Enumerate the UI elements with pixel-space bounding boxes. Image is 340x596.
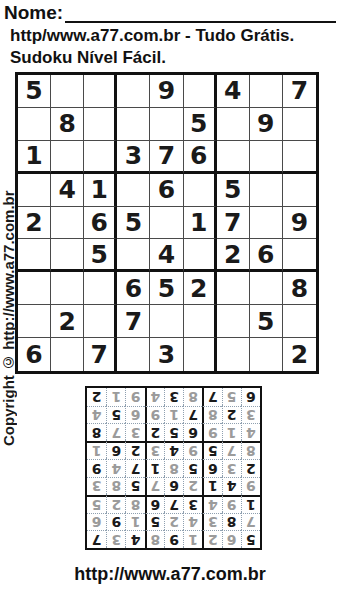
solution-cell-r2c6: 5 <box>145 513 164 531</box>
solution-cell-r9c2: 5 <box>222 388 241 406</box>
solution-cell-r7c7: 3 <box>125 423 144 441</box>
solution-cell-r9c1: 6 <box>241 388 260 406</box>
solution-cell-r7c9: 8 <box>87 423 106 441</box>
solution-cell-r6c7: 2 <box>125 441 144 459</box>
puzzle-cell-r8c3[interactable] <box>84 305 117 338</box>
solution-cell-r4c3: 1 <box>202 477 221 495</box>
puzzle-cell-r5c5[interactable] <box>150 207 183 240</box>
puzzle-cell-r4c2[interactable]: 4 <box>51 174 84 207</box>
puzzle-cell-r9c2[interactable] <box>51 338 84 371</box>
sudoku-page: Nome: http/www.a77.com.br - Tudo Grátis.… <box>0 0 340 596</box>
solution-cell-r4c7: 5 <box>125 477 144 495</box>
solution-cell-r8c1: 3 <box>241 406 260 424</box>
solution-cell-r4c1: 9 <box>241 477 260 495</box>
puzzle-cell-r2c3[interactable] <box>84 108 117 141</box>
solution-cell-r1c5: 9 <box>164 530 183 548</box>
puzzle-cell-r1c6[interactable] <box>184 75 217 108</box>
puzzle-cell-r5c2[interactable] <box>51 207 84 240</box>
solution-cell-r3c4: 3 <box>183 495 202 513</box>
solution-cell-r1c4: 1 <box>183 530 202 548</box>
puzzle-cell-r9c1[interactable]: 6 <box>18 338 51 371</box>
solution-cell-r1c7: 4 <box>125 530 144 548</box>
puzzle-cell-r1c7[interactable]: 4 <box>217 75 250 108</box>
puzzle-cell-r8c9[interactable] <box>283 305 316 338</box>
puzzle-cell-r3c7[interactable] <box>217 141 250 174</box>
solution-cell-r4c4: 2 <box>183 477 202 495</box>
puzzle-cell-r1c4[interactable] <box>117 75 150 108</box>
puzzle-cell-r9c6[interactable] <box>184 338 217 371</box>
puzzle-cell-r8c8[interactable]: 5 <box>250 305 283 338</box>
solution-cell-r9c4: 8 <box>183 388 202 406</box>
solution-cell-r2c1: 7 <box>241 513 260 531</box>
solution-cell-r7c1: 4 <box>241 423 260 441</box>
solution-cell-r7c6: 2 <box>145 423 164 441</box>
puzzle-cell-r6c9[interactable] <box>283 239 316 272</box>
solution-cell-r1c3: 2 <box>202 530 221 548</box>
puzzle-cell-r3c4[interactable]: 3 <box>117 141 150 174</box>
puzzle-cell-r1c5[interactable]: 9 <box>150 75 183 108</box>
puzzle-cell-r8c5[interactable] <box>150 305 183 338</box>
puzzle-cell-r4c6[interactable] <box>184 174 217 207</box>
puzzle-cell-r8c1[interactable] <box>18 305 51 338</box>
solution-cell-r1c9: 7 <box>87 530 106 548</box>
puzzle-cell-r2c6[interactable]: 5 <box>184 108 217 141</box>
puzzle-cell-r4c8[interactable] <box>250 174 283 207</box>
puzzle-cell-r4c7[interactable]: 5 <box>217 174 250 207</box>
puzzle-cell-r7c3[interactable] <box>84 272 117 305</box>
solution-cell-r6c5: 4 <box>164 441 183 459</box>
puzzle-cell-r6c8[interactable]: 6 <box>250 239 283 272</box>
puzzle-cell-r3c1[interactable]: 1 <box>18 141 51 174</box>
solution-cell-r4c9: 3 <box>87 477 106 495</box>
puzzle-cell-r6c4[interactable] <box>117 239 150 272</box>
solution-cell-r7c5: 5 <box>164 423 183 441</box>
solution-cell-r7c2: 1 <box>222 423 241 441</box>
solution-cell-r9c7: 9 <box>125 388 144 406</box>
solution-cell-r2c2: 8 <box>222 513 241 531</box>
solution-cell-r3c8: 2 <box>106 495 125 513</box>
solution-cell-r9c3: 7 <box>202 388 221 406</box>
puzzle-cell-r5c3[interactable]: 6 <box>84 207 117 240</box>
solution-cell-r5c6: 1 <box>145 459 164 477</box>
solution-cell-r5c1: 2 <box>241 459 260 477</box>
puzzle-cell-r1c1[interactable]: 5 <box>18 75 51 108</box>
puzzle-cell-r8c4[interactable]: 7 <box>117 305 150 338</box>
solution-cell-r6c1: 8 <box>241 441 260 459</box>
solution-cell-r7c4: 6 <box>183 423 202 441</box>
solution-cell-r8c3: 8 <box>202 406 221 424</box>
solution-cell-r8c8: 5 <box>106 406 125 424</box>
solution-cell-r8c7: 6 <box>125 406 144 424</box>
puzzle-cell-r8c7[interactable] <box>217 305 250 338</box>
puzzle-cell-r5c9[interactable]: 9 <box>283 207 316 240</box>
puzzle-cell-r4c4[interactable] <box>117 174 150 207</box>
solution-cell-r7c3: 9 <box>202 423 221 441</box>
solution-cell-r2c9: 6 <box>87 513 106 531</box>
solution-cell-r3c9: 5 <box>87 495 106 513</box>
solution-cell-r4c6: 7 <box>145 477 164 495</box>
puzzle-cell-r4c5[interactable]: 6 <box>150 174 183 207</box>
solution-cell-r3c2: 9 <box>222 495 241 513</box>
puzzle-cell-r9c3[interactable]: 7 <box>84 338 117 371</box>
puzzle-cell-r3c8[interactable] <box>250 141 283 174</box>
solution-cell-r2c3: 3 <box>202 513 221 531</box>
puzzle-grid: 594785913764165265179542665282756732 <box>15 72 319 374</box>
solution-cell-r9c5: 3 <box>164 388 183 406</box>
puzzle-cell-r3c6[interactable]: 6 <box>184 141 217 174</box>
name-fill-line <box>65 2 336 23</box>
puzzle-cell-r7c1[interactable] <box>18 272 51 305</box>
solution-cell-r9c9: 2 <box>87 388 106 406</box>
puzzle-cell-r1c2[interactable] <box>51 75 84 108</box>
puzzle-cell-r5c6[interactable]: 1 <box>184 207 217 240</box>
puzzle-cell-r2c8[interactable]: 9 <box>250 108 283 141</box>
puzzle-cell-r9c8[interactable] <box>250 338 283 371</box>
puzzle-cell-r6c2[interactable] <box>51 239 84 272</box>
solution-cell-r4c2: 4 <box>222 477 241 495</box>
puzzle-cell-r2c7[interactable] <box>217 108 250 141</box>
solution-cell-r5c9: 9 <box>87 459 106 477</box>
puzzle-cell-r5c1[interactable]: 2 <box>18 207 51 240</box>
puzzle-cell-r8c2[interactable]: 2 <box>51 305 84 338</box>
solution-cell-r1c6: 8 <box>145 530 164 548</box>
solution-cell-r3c5: 7 <box>164 495 183 513</box>
solution-cell-r3c3: 4 <box>202 495 221 513</box>
puzzle-cell-r2c2[interactable]: 8 <box>51 108 84 141</box>
puzzle-cell-r7c6[interactable]: 2 <box>184 272 217 305</box>
puzzle-cell-r7c9[interactable]: 8 <box>283 272 316 305</box>
puzzle-cell-r2c9[interactable] <box>283 108 316 141</box>
solution-cell-r9c6: 4 <box>145 388 164 406</box>
puzzle-cell-r1c3[interactable] <box>84 75 117 108</box>
puzzle-cell-r5c4[interactable]: 5 <box>117 207 150 240</box>
solution-cell-r5c2: 3 <box>222 459 241 477</box>
solution-cell-r6c9: 1 <box>87 441 106 459</box>
solution-cell-r1c2: 6 <box>222 530 241 548</box>
solution-cell-r6c3: 5 <box>202 441 221 459</box>
puzzle-cell-r7c7[interactable] <box>217 272 250 305</box>
puzzle-cell-r3c5[interactable]: 7 <box>150 141 183 174</box>
puzzle-cell-r7c5[interactable]: 5 <box>150 272 183 305</box>
puzzle-cell-r5c7[interactable]: 7 <box>217 207 250 240</box>
puzzle-cell-r7c8[interactable] <box>250 272 283 305</box>
solution-cell-r8c5: 1 <box>164 406 183 424</box>
puzzle-cell-r2c5[interactable] <box>150 108 183 141</box>
puzzle-cell-r9c4[interactable] <box>117 338 150 371</box>
puzzle-cell-r1c9[interactable]: 7 <box>283 75 316 108</box>
solution-cell-r6c6: 3 <box>145 441 164 459</box>
puzzle-cell-r6c1[interactable] <box>18 239 51 272</box>
solution-cell-r9c8: 1 <box>106 388 125 406</box>
solution-grid: 5621984377834251961943768259412675832365… <box>85 386 262 550</box>
solution-cell-r1c8: 3 <box>106 530 125 548</box>
puzzle-cell-r9c7[interactable] <box>217 338 250 371</box>
puzzle-cell-r8c6[interactable] <box>184 305 217 338</box>
solution-cell-r3c1: 1 <box>241 495 260 513</box>
solution-cell-r5c7: 7 <box>125 459 144 477</box>
solution-cell-r6c4: 9 <box>183 441 202 459</box>
puzzle-cell-r3c3[interactable] <box>84 141 117 174</box>
solution-cell-r3c7: 8 <box>125 495 144 513</box>
solution-cell-r8c4: 7 <box>183 406 202 424</box>
puzzle-cell-r9c9[interactable]: 2 <box>283 338 316 371</box>
solution-cell-r1c1: 5 <box>241 530 260 548</box>
site-url-line: http/www.a77.com.br - Tudo Grátis. <box>10 26 294 46</box>
puzzle-cell-r6c5[interactable]: 4 <box>150 239 183 272</box>
solution-cell-r2c4: 4 <box>183 513 202 531</box>
puzzle-cell-r6c6[interactable] <box>184 239 217 272</box>
puzzle-cell-r4c1[interactable] <box>18 174 51 207</box>
solution-cell-r2c7: 1 <box>125 513 144 531</box>
solution-cell-r5c8: 4 <box>106 459 125 477</box>
footer-url: http://www.a77.com.br <box>0 564 340 585</box>
solution-cell-r5c4: 5 <box>183 459 202 477</box>
name-row: Nome: <box>4 2 336 23</box>
puzzle-cell-r3c9[interactable] <box>283 141 316 174</box>
puzzle-cell-r2c1[interactable] <box>18 108 51 141</box>
puzzle-cell-r7c4[interactable]: 6 <box>117 272 150 305</box>
solution-cell-r5c3: 6 <box>202 459 221 477</box>
puzzle-cell-r1c8[interactable] <box>250 75 283 108</box>
solution-cell-r4c5: 6 <box>164 477 183 495</box>
puzzle-cell-r7c2[interactable] <box>51 272 84 305</box>
puzzle-cell-r6c3[interactable]: 5 <box>84 239 117 272</box>
solution-cell-r2c5: 2 <box>164 513 183 531</box>
puzzle-cell-r5c8[interactable] <box>250 207 283 240</box>
name-label: Nome: <box>4 3 63 23</box>
copyright-text: Copyright © http://www.a77.com.br <box>0 78 17 446</box>
solution-cell-r4c8: 8 <box>106 477 125 495</box>
solution-cell-r6c2: 7 <box>222 441 241 459</box>
solution-cell-r8c2: 2 <box>222 406 241 424</box>
solution-cell-r5c5: 8 <box>164 459 183 477</box>
puzzle-cell-r2c4[interactable] <box>117 108 150 141</box>
solution-cell-r8c9: 4 <box>87 406 106 424</box>
puzzle-cell-r4c3[interactable]: 1 <box>84 174 117 207</box>
solution-cell-r6c8: 6 <box>106 441 125 459</box>
puzzle-cell-r4c9[interactable] <box>283 174 316 207</box>
puzzle-cell-r6c7[interactable]: 2 <box>217 239 250 272</box>
puzzle-cell-r3c2[interactable] <box>51 141 84 174</box>
solution-cell-r8c6: 9 <box>145 406 164 424</box>
solution-cell-r3c6: 6 <box>145 495 164 513</box>
solution-cell-r7c8: 7 <box>106 423 125 441</box>
solution-cell-r2c8: 9 <box>106 513 125 531</box>
difficulty-label: Sudoku Nível Fácil. <box>10 48 166 68</box>
puzzle-cell-r9c5[interactable]: 3 <box>150 338 183 371</box>
